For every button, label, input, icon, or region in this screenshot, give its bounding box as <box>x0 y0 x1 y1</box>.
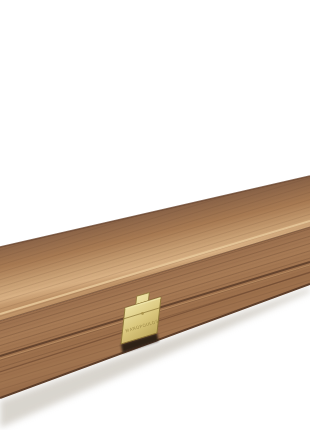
product-photo-chess-case: MANOPOULOS <box>0 0 310 430</box>
case-body-art: MANOPOULOS <box>0 0 310 430</box>
clasp-logo-mark <box>141 312 144 315</box>
